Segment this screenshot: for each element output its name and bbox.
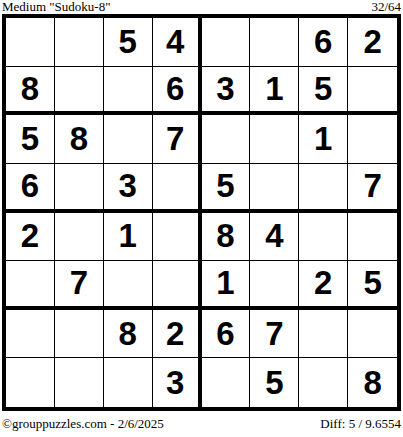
cell-r7c7[interactable]: [299, 310, 348, 359]
cell-r1c6[interactable]: [250, 18, 299, 67]
cell-r8c7[interactable]: [299, 358, 348, 407]
cell-r7c2[interactable]: [55, 310, 104, 359]
puzzle-page: Medium "Sudoku-8" 32/64 5462863155871635…: [0, 0, 403, 437]
cell-r7c3[interactable]: 8: [104, 310, 153, 359]
cell-r4c5[interactable]: 5: [202, 164, 251, 213]
cell-r1c8[interactable]: 2: [348, 18, 397, 67]
cell-r6c1[interactable]: [6, 261, 55, 310]
cell-r1c3[interactable]: 5: [104, 18, 153, 67]
cell-r2c4[interactable]: 6: [153, 67, 202, 116]
cell-r1c2[interactable]: [55, 18, 104, 67]
cell-r1c1[interactable]: [6, 18, 55, 67]
cell-r7c6[interactable]: 7: [250, 310, 299, 359]
cell-r4c3[interactable]: 3: [104, 164, 153, 213]
cell-r5c8[interactable]: [348, 213, 397, 262]
page-title: Medium "Sudoku-8": [2, 0, 110, 13]
cell-r3c4[interactable]: 7: [153, 115, 202, 164]
cell-r3c2[interactable]: 8: [55, 115, 104, 164]
cell-r3c8[interactable]: [348, 115, 397, 164]
cell-r3c5[interactable]: [202, 115, 251, 164]
cell-r2c7[interactable]: 5: [299, 67, 348, 116]
cell-r6c8[interactable]: 5: [348, 261, 397, 310]
cell-r4c7[interactable]: [299, 164, 348, 213]
cell-r8c1[interactable]: [6, 358, 55, 407]
cell-r2c3[interactable]: [104, 67, 153, 116]
page-footer: ©grouppuzzles.com - 2/6/2025 Diff: 5 / 9…: [2, 416, 401, 434]
cell-r5c1[interactable]: 2: [6, 213, 55, 262]
puzzle-counter: 32/64: [371, 0, 401, 13]
cell-r6c7[interactable]: 2: [299, 261, 348, 310]
cell-r8c5[interactable]: [202, 358, 251, 407]
cell-r6c2[interactable]: 7: [55, 261, 104, 310]
cell-r2c2[interactable]: [55, 67, 104, 116]
cell-r2c8[interactable]: [348, 67, 397, 116]
copyright-text: ©grouppuzzles.com - 2/6/2025: [2, 416, 164, 431]
cell-r7c5[interactable]: 6: [202, 310, 251, 359]
cell-r6c5[interactable]: 1: [202, 261, 251, 310]
cell-r3c1[interactable]: 5: [6, 115, 55, 164]
cell-r4c8[interactable]: 7: [348, 164, 397, 213]
cell-r4c4[interactable]: [153, 164, 202, 213]
cell-r6c3[interactable]: [104, 261, 153, 310]
cell-r8c8[interactable]: 8: [348, 358, 397, 407]
cell-r2c6[interactable]: 1: [250, 67, 299, 116]
cell-r8c2[interactable]: [55, 358, 104, 407]
cell-r7c8[interactable]: [348, 310, 397, 359]
cell-r4c6[interactable]: [250, 164, 299, 213]
cell-r1c7[interactable]: 6: [299, 18, 348, 67]
sudoku-board: 54628631558716357218471258267358: [2, 14, 401, 411]
cell-r7c4[interactable]: 2: [153, 310, 202, 359]
cell-r5c3[interactable]: 1: [104, 213, 153, 262]
cell-r6c4[interactable]: [153, 261, 202, 310]
cell-r1c5[interactable]: [202, 18, 251, 67]
cell-r3c6[interactable]: [250, 115, 299, 164]
cell-r2c1[interactable]: 8: [6, 67, 55, 116]
cell-r7c1[interactable]: [6, 310, 55, 359]
cell-r4c2[interactable]: [55, 164, 104, 213]
cell-r2c5[interactable]: 3: [202, 67, 251, 116]
cell-r1c4[interactable]: 4: [153, 18, 202, 67]
cell-r8c4[interactable]: 3: [153, 358, 202, 407]
page-header: Medium "Sudoku-8" 32/64: [2, 0, 401, 14]
cell-r5c4[interactable]: [153, 213, 202, 262]
cell-r3c3[interactable]: [104, 115, 153, 164]
cell-r5c6[interactable]: 4: [250, 213, 299, 262]
cell-r5c2[interactable]: [55, 213, 104, 262]
cell-r8c3[interactable]: [104, 358, 153, 407]
cell-r3c7[interactable]: 1: [299, 115, 348, 164]
cell-r6c6[interactable]: [250, 261, 299, 310]
difficulty-text: Diff: 5 / 9.6554: [320, 416, 401, 431]
cell-r8c6[interactable]: 5: [250, 358, 299, 407]
cell-r5c7[interactable]: [299, 213, 348, 262]
cell-r5c5[interactable]: 8: [202, 213, 251, 262]
cell-r4c1[interactable]: 6: [6, 164, 55, 213]
